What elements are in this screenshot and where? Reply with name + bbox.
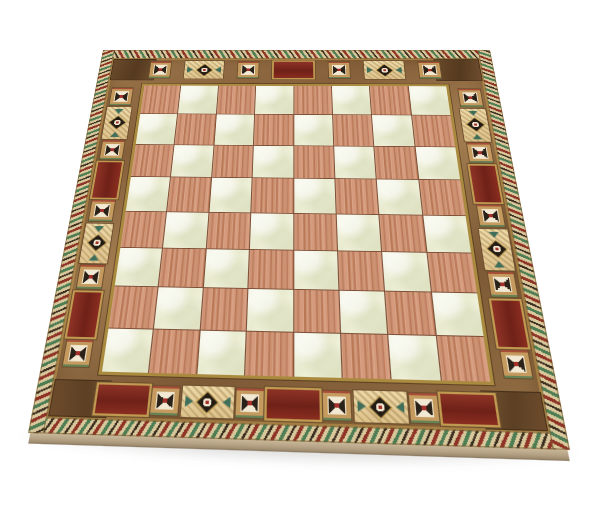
- star-motif: [81, 269, 100, 284]
- teal-triangle: [187, 67, 194, 73]
- diamond-motif: [376, 64, 392, 76]
- diamond-motif: [197, 392, 218, 413]
- square-d1[interactable]: [245, 331, 292, 376]
- mosaic-star-tile: [88, 199, 117, 222]
- mosaic-maroon-tile: [437, 391, 500, 427]
- square-e6[interactable]: [294, 146, 334, 178]
- square-c4[interactable]: [207, 212, 251, 249]
- square-g2[interactable]: [385, 292, 435, 335]
- teal-triangle: [94, 226, 105, 232]
- mosaic-star-tile: [234, 387, 265, 419]
- mosaic-star-tile: [148, 61, 172, 79]
- playing-field: [98, 84, 494, 386]
- square-a4[interactable]: [121, 211, 167, 247]
- star-motif: [482, 209, 501, 223]
- teal-triangle: [468, 110, 478, 115]
- teal-triangle: [110, 131, 120, 136]
- square-d7[interactable]: [254, 115, 293, 145]
- mosaic-maroon-tile: [489, 298, 531, 349]
- diamond-motif: [370, 396, 391, 417]
- square-b8[interactable]: [178, 86, 218, 114]
- square-b3[interactable]: [159, 248, 205, 287]
- square-c5[interactable]: [209, 178, 251, 212]
- mosaic-diamond-eye-tile: [179, 385, 235, 420]
- teal-triangle: [184, 396, 193, 407]
- mosaic-star-tile: [417, 61, 442, 79]
- square-h1[interactable]: [436, 336, 490, 382]
- mosaic-star-tile: [476, 204, 506, 228]
- square-e7[interactable]: [294, 115, 333, 145]
- square-b6[interactable]: [171, 145, 213, 177]
- square-a3[interactable]: [115, 248, 163, 287]
- mosaic-star-tile: [108, 87, 133, 106]
- star-motif: [114, 91, 129, 102]
- mosaic-star-tile: [499, 349, 534, 380]
- mosaic-maroon-tile: [467, 164, 503, 204]
- teal-triangle: [472, 134, 482, 139]
- mosaic-diamond-eye-tile: [352, 389, 410, 425]
- square-a1[interactable]: [102, 328, 153, 373]
- square-c3[interactable]: [204, 249, 249, 288]
- square-e4[interactable]: [294, 213, 337, 250]
- square-c1[interactable]: [197, 330, 246, 375]
- square-h2[interactable]: [432, 293, 484, 336]
- mosaic-star-tile: [322, 389, 353, 422]
- square-f8[interactable]: [332, 86, 371, 115]
- square-h4[interactable]: [423, 215, 471, 252]
- square-h6[interactable]: [415, 147, 460, 180]
- star-motif: [241, 65, 255, 75]
- square-g6[interactable]: [375, 147, 418, 180]
- square-b2[interactable]: [154, 287, 202, 329]
- mosaic-diamond-eye-tile: [183, 60, 225, 79]
- mosaic-maroon-tile: [92, 382, 152, 417]
- mosaic-star-tile: [99, 140, 126, 161]
- diamond-motif: [196, 64, 212, 76]
- square-d5[interactable]: [251, 178, 292, 212]
- mosaic-maroon-tile: [90, 160, 124, 199]
- teal-triangle: [357, 400, 366, 412]
- star-motif: [422, 65, 437, 75]
- square-f5[interactable]: [335, 179, 378, 214]
- square-g4[interactable]: [380, 215, 426, 252]
- square-g1[interactable]: [389, 335, 441, 381]
- square-b1[interactable]: [149, 329, 199, 374]
- square-g7[interactable]: [372, 115, 414, 146]
- square-g8[interactable]: [370, 86, 411, 115]
- mosaic-diamond-eye-tile: [78, 222, 114, 264]
- square-c2[interactable]: [200, 288, 247, 330]
- mosaic-star-tile: [466, 142, 494, 163]
- mosaic-maroon-tile: [264, 387, 322, 422]
- chess-board: [28, 50, 570, 450]
- star-motif: [104, 144, 120, 156]
- square-f7[interactable]: [333, 115, 374, 146]
- square-b7[interactable]: [175, 114, 216, 144]
- mosaic-star-tile: [407, 392, 441, 425]
- diamond-motif: [88, 235, 106, 251]
- star-motif: [414, 399, 434, 418]
- teal-triangle: [488, 231, 499, 237]
- square-d4[interactable]: [250, 213, 293, 250]
- mosaic-maroon-tile: [65, 290, 104, 339]
- square-b4[interactable]: [163, 212, 208, 248]
- square-e2[interactable]: [294, 290, 340, 332]
- mosaic-diamond-eye-tile: [477, 228, 516, 271]
- square-a5[interactable]: [126, 177, 170, 211]
- square-f3[interactable]: [338, 251, 384, 291]
- square-d6[interactable]: [253, 146, 293, 178]
- diamond-motif: [109, 116, 125, 129]
- mosaic-star-tile: [149, 385, 181, 417]
- rope-inlay-border-top: [101, 50, 491, 59]
- square-e8[interactable]: [294, 86, 332, 115]
- diamond-motif: [487, 241, 506, 257]
- square-g3[interactable]: [382, 252, 430, 292]
- teal-triangle: [395, 67, 402, 73]
- star-motif: [493, 277, 513, 292]
- mosaic-diamond-eye-tile: [458, 108, 492, 142]
- square-h5[interactable]: [419, 180, 465, 215]
- square-a6[interactable]: [131, 145, 174, 177]
- square-b5[interactable]: [167, 177, 210, 211]
- teal-triangle: [215, 67, 221, 73]
- star-motif: [506, 355, 527, 373]
- teal-triangle: [367, 67, 374, 73]
- mosaic-diamond-eye-tile: [101, 106, 133, 139]
- star-motif: [328, 396, 347, 415]
- mosaic-maroon-tile: [272, 60, 315, 79]
- teal-triangle: [493, 261, 505, 268]
- square-g5[interactable]: [377, 180, 422, 215]
- square-f1[interactable]: [341, 333, 391, 379]
- mosaic-tile-strip-top: [148, 60, 443, 81]
- square-c8[interactable]: [217, 86, 256, 114]
- mosaic-star-tile: [75, 264, 105, 290]
- mosaic-star-tile: [328, 61, 351, 79]
- square-f2[interactable]: [339, 291, 387, 334]
- square-d3[interactable]: [249, 250, 293, 289]
- square-d2[interactable]: [247, 289, 293, 331]
- square-e5[interactable]: [294, 179, 336, 214]
- square-f6[interactable]: [334, 146, 376, 178]
- square-f4[interactable]: [337, 214, 382, 251]
- teal-triangle: [222, 397, 231, 408]
- star-motif: [153, 65, 168, 75]
- teal-triangle: [395, 401, 404, 413]
- square-h8[interactable]: [408, 86, 450, 115]
- square-e1[interactable]: [294, 332, 342, 378]
- square-d8[interactable]: [255, 86, 293, 115]
- mosaic-diamond-eye-tile: [363, 60, 407, 79]
- star-motif: [332, 65, 346, 75]
- star-motif: [93, 204, 110, 217]
- square-h3[interactable]: [427, 253, 477, 293]
- teal-triangle: [89, 254, 100, 260]
- square-c6[interactable]: [212, 145, 253, 177]
- photo-background: [0, 0, 592, 505]
- square-e3[interactable]: [294, 251, 339, 290]
- mosaic-star-tile: [457, 88, 484, 107]
- square-h7[interactable]: [412, 116, 455, 147]
- star-motif: [462, 92, 478, 103]
- mosaic-star-tile: [237, 61, 260, 79]
- square-c7[interactable]: [214, 115, 254, 145]
- star-motif: [471, 147, 488, 159]
- square-a7[interactable]: [136, 114, 178, 144]
- star-motif: [240, 394, 259, 412]
- mosaic-star-tile: [61, 339, 94, 369]
- star-motif: [155, 392, 175, 410]
- mosaic-star-tile: [486, 271, 518, 298]
- square-a8[interactable]: [140, 85, 180, 113]
- teal-triangle: [114, 109, 123, 114]
- star-motif: [68, 345, 88, 362]
- square-a2[interactable]: [109, 287, 158, 329]
- diamond-motif: [467, 118, 484, 131]
